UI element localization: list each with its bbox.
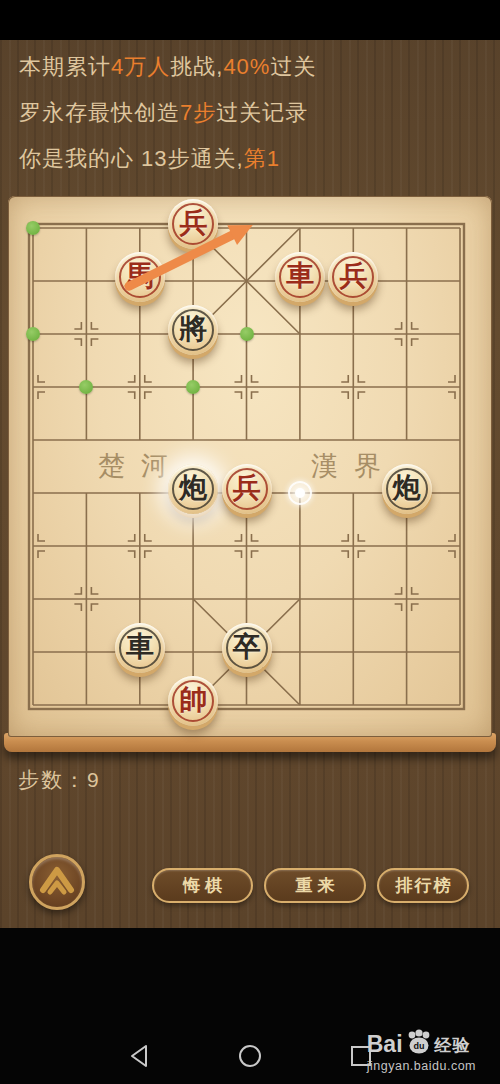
- expand-button[interactable]: [29, 854, 85, 910]
- piece-glyph: 兵: [222, 464, 272, 514]
- step-counter: 步数：9: [18, 766, 101, 794]
- piece-glyph: 車: [115, 623, 165, 673]
- piece-glyph: 卒: [222, 623, 272, 673]
- piece-glyph: 炮: [168, 464, 218, 514]
- target-core: [295, 488, 305, 498]
- piece-glyph: 馬: [115, 252, 165, 302]
- piece-black-soldier[interactable]: 卒: [222, 623, 272, 673]
- move-hint-dot[interactable]: [26, 327, 40, 341]
- piece-red-general[interactable]: 帥: [168, 676, 218, 726]
- move-hint-dot[interactable]: [240, 327, 254, 341]
- info-highlight: 4万人: [111, 54, 170, 79]
- back-icon[interactable]: [128, 1044, 152, 1068]
- undo-button[interactable]: 悔棋: [152, 868, 253, 903]
- move-hint-dot[interactable]: [26, 221, 40, 235]
- info-highlight: 第1: [244, 146, 280, 171]
- piece-black-chariot[interactable]: 車: [115, 623, 165, 673]
- piece-red-chariot[interactable]: 車: [275, 252, 325, 302]
- piece-red-soldier[interactable]: 兵: [222, 464, 272, 514]
- info-highlight: 40%: [223, 54, 270, 79]
- info-text: 过关记录: [216, 100, 308, 125]
- info-text: 罗永存最快创造: [19, 100, 180, 125]
- watermark-url: jingyan.baidu.com: [367, 1059, 476, 1073]
- restart-button[interactable]: 重来: [264, 868, 366, 903]
- piece-glyph: 兵: [328, 252, 378, 302]
- info-text: 本期累计: [19, 54, 111, 79]
- step-counter-value: 9: [87, 768, 101, 791]
- challenge-info: 本期累计4万人挑战,40%过关 罗永存最快创造7步过关记录 你是我的心 13步通…: [19, 52, 489, 190]
- baidu-watermark: Bai du 经验 jingyan.baidu.com: [367, 1028, 476, 1073]
- info-line-participants: 本期累计4万人挑战,40%过关: [19, 52, 489, 98]
- watermark-jingyan-text: 经验: [435, 1036, 471, 1056]
- xiangqi-board[interactable]: 楚河 漢界 兵馬車兵將炮兵炮車卒帥: [8, 196, 492, 737]
- piece-red-soldier[interactable]: 兵: [328, 252, 378, 302]
- info-highlight: 7步: [180, 100, 216, 125]
- android-nav-bar: Bai du 经验 jingyan.baidu.com: [0, 928, 500, 1084]
- baidu-paw-icon: du: [405, 1028, 433, 1056]
- piece-red-soldier[interactable]: 兵: [168, 199, 218, 249]
- piece-glyph: 車: [275, 252, 325, 302]
- info-text: 你是我的心 13步通关,: [19, 146, 244, 171]
- piece-black-general[interactable]: 將: [168, 305, 218, 355]
- info-text: 过关: [270, 54, 316, 79]
- target-marker[interactable]: [285, 478, 315, 508]
- piece-red-horse[interactable]: 馬: [115, 252, 165, 302]
- info-line-rank: 你是我的心 13步通关,第1: [19, 144, 489, 190]
- info-text: 挑战,: [170, 54, 223, 79]
- status-bar: [0, 0, 500, 40]
- watermark-logo-text: Bai: [367, 1033, 403, 1056]
- piece-layer: 兵馬車兵將炮兵炮車卒帥: [6, 202, 486, 732]
- move-hint-dot[interactable]: [79, 380, 93, 394]
- step-counter-label: 步数：: [18, 768, 87, 791]
- piece-glyph: 兵: [168, 199, 218, 249]
- move-hint-dot[interactable]: [186, 380, 200, 394]
- piece-glyph: 炮: [382, 464, 432, 514]
- chevron-up-icon: [32, 857, 82, 907]
- piece-black-cannon[interactable]: 炮: [168, 464, 218, 514]
- piece-glyph: 帥: [168, 676, 218, 726]
- svg-text:du: du: [413, 1041, 424, 1051]
- action-buttons: 悔棋 重来 排行榜: [152, 868, 469, 903]
- leaderboard-button[interactable]: 排行榜: [377, 868, 469, 903]
- app-screen: 本期累计4万人挑战,40%过关 罗永存最快创造7步过关记录 你是我的心 13步通…: [0, 0, 500, 1084]
- piece-glyph: 將: [168, 305, 218, 355]
- info-line-record: 罗永存最快创造7步过关记录: [19, 98, 489, 144]
- home-icon[interactable]: [238, 1044, 262, 1068]
- piece-black-cannon[interactable]: 炮: [382, 464, 432, 514]
